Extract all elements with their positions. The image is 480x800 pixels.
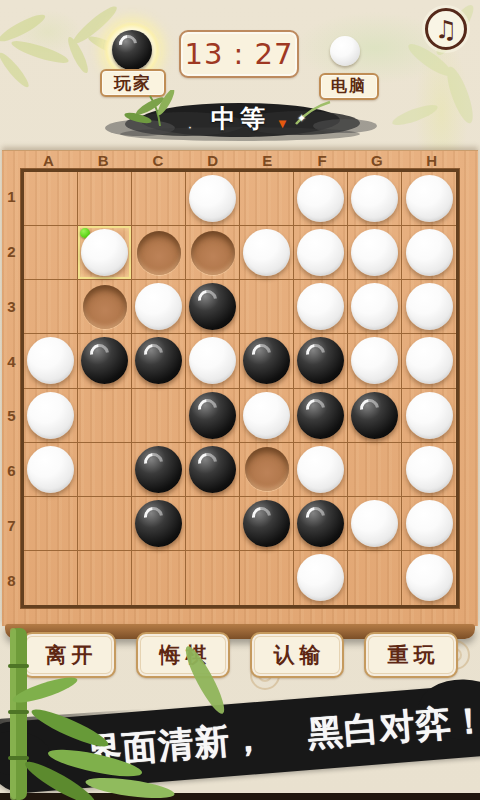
cell-C5[interactable] bbox=[132, 389, 186, 443]
cell-H2[interactable] bbox=[402, 226, 456, 280]
difficulty-banner[interactable]: 中等 ▼ ✦ · bbox=[0, 90, 480, 146]
cell-D1[interactable] bbox=[186, 172, 240, 226]
cell-H3[interactable] bbox=[402, 280, 456, 334]
white-stone bbox=[27, 392, 74, 439]
cell-E2[interactable] bbox=[240, 226, 294, 280]
sparkle-icon: ✦ bbox=[297, 112, 306, 125]
black-stone bbox=[297, 392, 344, 439]
black-stone bbox=[297, 337, 344, 384]
computer-white-stone-icon bbox=[330, 36, 360, 66]
cell-C1[interactable] bbox=[132, 172, 186, 226]
col-label-A: A bbox=[43, 152, 54, 169]
cell-A5[interactable] bbox=[24, 389, 78, 443]
black-stone bbox=[189, 446, 236, 493]
white-stone bbox=[406, 283, 453, 330]
white-stone bbox=[189, 337, 236, 384]
cell-G7[interactable] bbox=[348, 497, 402, 551]
white-stone bbox=[297, 446, 344, 493]
col-label-H: H bbox=[426, 152, 437, 169]
cell-D6[interactable] bbox=[186, 443, 240, 497]
white-stone bbox=[297, 229, 344, 276]
white-stone bbox=[243, 229, 290, 276]
cell-D8[interactable] bbox=[186, 551, 240, 605]
cell-F2[interactable] bbox=[294, 226, 348, 280]
cell-E7[interactable] bbox=[240, 497, 294, 551]
cell-H1[interactable] bbox=[402, 172, 456, 226]
difficulty-label[interactable]: 中等 bbox=[0, 102, 480, 135]
game-timer: 13 : 27 bbox=[179, 30, 299, 78]
cell-D5[interactable] bbox=[186, 389, 240, 443]
white-stone bbox=[81, 229, 128, 276]
col-label-E: E bbox=[262, 152, 272, 169]
white-stone bbox=[351, 175, 398, 222]
black-stone bbox=[135, 446, 182, 493]
cell-E6[interactable] bbox=[240, 443, 294, 497]
timer-value: 13 : 27 bbox=[184, 37, 293, 71]
cell-B3[interactable] bbox=[78, 280, 132, 334]
cell-A4[interactable] bbox=[24, 334, 78, 388]
cell-B1[interactable] bbox=[78, 172, 132, 226]
cell-A8[interactable] bbox=[24, 551, 78, 605]
cell-G5[interactable] bbox=[348, 389, 402, 443]
white-stone bbox=[351, 229, 398, 276]
replay-button[interactable]: 重玩 bbox=[364, 632, 458, 678]
col-labels: ABCDEFGH bbox=[21, 150, 459, 170]
cell-C2[interactable] bbox=[132, 226, 186, 280]
cell-F4[interactable] bbox=[294, 334, 348, 388]
leave-button[interactable]: 离开 bbox=[22, 632, 116, 678]
cell-E1[interactable] bbox=[240, 172, 294, 226]
cell-G6[interactable] bbox=[348, 443, 402, 497]
game-screen: 玩家 13 : 27 电脑 ♫ 中等 ▼ bbox=[0, 0, 480, 800]
row-label-2: 2 bbox=[7, 243, 15, 260]
bottom-border-strip bbox=[0, 793, 480, 800]
col-label-G: G bbox=[371, 152, 383, 169]
cell-H8[interactable] bbox=[402, 551, 456, 605]
white-stone bbox=[406, 175, 453, 222]
white-stone bbox=[135, 283, 182, 330]
white-stone bbox=[297, 175, 344, 222]
white-stone bbox=[243, 392, 290, 439]
cell-F1[interactable] bbox=[294, 172, 348, 226]
white-stone bbox=[351, 337, 398, 384]
cell-G2[interactable] bbox=[348, 226, 402, 280]
cell-G1[interactable] bbox=[348, 172, 402, 226]
cell-B4[interactable] bbox=[78, 334, 132, 388]
cell-D2[interactable] bbox=[186, 226, 240, 280]
white-stone bbox=[189, 175, 236, 222]
col-label-F: F bbox=[318, 152, 327, 169]
cell-A2[interactable] bbox=[24, 226, 78, 280]
cell-B7[interactable] bbox=[78, 497, 132, 551]
cell-E3[interactable] bbox=[240, 280, 294, 334]
cell-E5[interactable] bbox=[240, 389, 294, 443]
cell-C4[interactable] bbox=[132, 334, 186, 388]
action-button-row: 离开 悔棋 认输 重玩 bbox=[22, 632, 458, 678]
row-label-4: 4 bbox=[7, 353, 15, 370]
black-stone bbox=[189, 283, 236, 330]
row-label-6: 6 bbox=[7, 462, 15, 479]
cell-C8[interactable] bbox=[132, 551, 186, 605]
cell-H7[interactable] bbox=[402, 497, 456, 551]
undo-button[interactable]: 悔棋 bbox=[136, 632, 230, 678]
black-stone bbox=[351, 392, 398, 439]
sparkle-icon: · bbox=[188, 120, 192, 134]
cell-F6[interactable] bbox=[294, 443, 348, 497]
cell-B8[interactable] bbox=[78, 551, 132, 605]
cell-G3[interactable] bbox=[348, 280, 402, 334]
black-stone bbox=[189, 392, 236, 439]
cell-A7[interactable] bbox=[24, 497, 78, 551]
white-stone bbox=[351, 283, 398, 330]
row-label-8: 8 bbox=[7, 572, 15, 589]
cell-C3[interactable] bbox=[132, 280, 186, 334]
black-stone bbox=[81, 337, 128, 384]
cell-E8[interactable] bbox=[240, 551, 294, 605]
player-black-stone-icon bbox=[112, 30, 152, 70]
cell-D3[interactable] bbox=[186, 280, 240, 334]
white-stone bbox=[27, 337, 74, 384]
row-label-1: 1 bbox=[7, 188, 15, 205]
cell-A3[interactable] bbox=[24, 280, 78, 334]
cell-C7[interactable] bbox=[132, 497, 186, 551]
black-stone bbox=[135, 337, 182, 384]
move-hint-hole bbox=[137, 231, 181, 275]
white-stone bbox=[351, 500, 398, 547]
white-stone bbox=[406, 392, 453, 439]
slogan-left: 界面清新， bbox=[85, 717, 268, 770]
cell-C6[interactable] bbox=[132, 443, 186, 497]
white-stone bbox=[406, 229, 453, 276]
white-stone bbox=[406, 446, 453, 493]
col-label-B: B bbox=[98, 152, 109, 169]
music-note-icon: ♫ bbox=[435, 15, 457, 44]
col-label-C: C bbox=[152, 152, 163, 169]
music-toggle-button[interactable]: ♫ bbox=[425, 8, 467, 50]
row-labels: 12345678 bbox=[2, 169, 21, 608]
cell-H6[interactable] bbox=[402, 443, 456, 497]
black-stone bbox=[297, 500, 344, 547]
cell-H5[interactable] bbox=[402, 389, 456, 443]
row-label-7: 7 bbox=[7, 517, 15, 534]
cell-F8[interactable] bbox=[294, 551, 348, 605]
cell-H4[interactable] bbox=[402, 334, 456, 388]
move-hint-hole bbox=[83, 285, 127, 329]
resign-button[interactable]: 认输 bbox=[250, 632, 344, 678]
difficulty-dropdown-icon[interactable]: ▼ bbox=[276, 116, 289, 131]
black-stone bbox=[135, 500, 182, 547]
cell-G8[interactable] bbox=[348, 551, 402, 605]
cell-F3[interactable] bbox=[294, 280, 348, 334]
cell-A1[interactable] bbox=[24, 172, 78, 226]
white-stone bbox=[406, 500, 453, 547]
cell-D4[interactable] bbox=[186, 334, 240, 388]
move-hint-hole bbox=[245, 447, 289, 491]
cell-B6[interactable] bbox=[78, 443, 132, 497]
cell-F7[interactable] bbox=[294, 497, 348, 551]
cell-A6[interactable] bbox=[24, 443, 78, 497]
black-stone bbox=[243, 500, 290, 547]
cell-E4[interactable] bbox=[240, 334, 294, 388]
black-stone bbox=[243, 337, 290, 384]
cell-B2[interactable] bbox=[78, 226, 132, 280]
white-stone bbox=[406, 337, 453, 384]
white-stone bbox=[297, 283, 344, 330]
board-grid bbox=[21, 169, 459, 608]
row-label-3: 3 bbox=[7, 298, 15, 315]
white-stone bbox=[297, 554, 344, 601]
cell-G4[interactable] bbox=[348, 334, 402, 388]
slogan-ink-banner: 界面清新，黑白对弈！ bbox=[0, 682, 480, 795]
cell-B5[interactable] bbox=[78, 389, 132, 443]
col-label-D: D bbox=[207, 152, 218, 169]
white-stone bbox=[406, 554, 453, 601]
white-stone bbox=[27, 446, 74, 493]
cell-F5[interactable] bbox=[294, 389, 348, 443]
slogan-right: 黑白对弈！ bbox=[306, 699, 480, 752]
row-label-5: 5 bbox=[7, 407, 15, 424]
cell-D7[interactable] bbox=[186, 497, 240, 551]
move-hint-hole bbox=[191, 231, 235, 275]
